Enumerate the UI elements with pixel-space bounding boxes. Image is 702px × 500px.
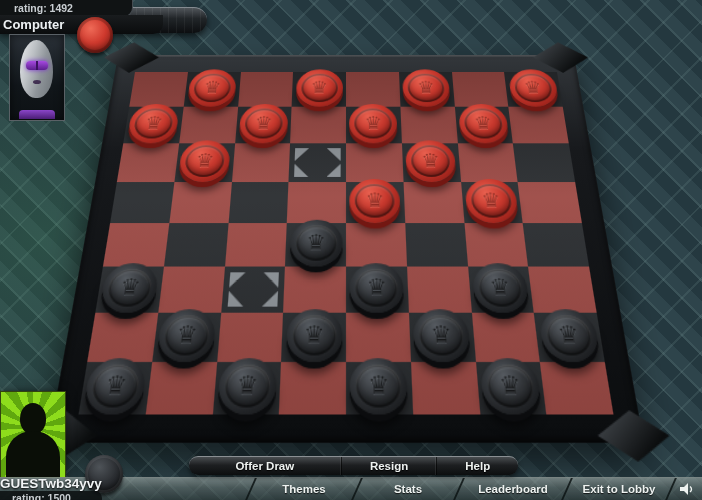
- square-r3c0[interactable]: [110, 182, 174, 223]
- square-r3c3: [287, 182, 346, 223]
- red-checker[interactable]: ♛: [178, 140, 231, 182]
- square-r5c5: [407, 267, 472, 313]
- square-r5c2[interactable]: [221, 267, 286, 313]
- last-move-marker: [294, 148, 340, 177]
- square-r2c1[interactable]: ♛: [174, 143, 234, 182]
- square-r4c4: [346, 223, 407, 266]
- black-checker[interactable]: ♛: [471, 263, 530, 313]
- square-r4c5[interactable]: [405, 223, 468, 266]
- square-r7c1: [145, 362, 216, 415]
- bottom-player-rating-label: rating: 1500: [12, 492, 71, 500]
- square-r4c6: [464, 223, 528, 266]
- square-r4c0: [103, 223, 169, 266]
- black-checker[interactable]: ♛: [537, 309, 600, 362]
- square-r3c5: [403, 182, 464, 223]
- square-r1c7: [509, 107, 569, 144]
- piece-motif: ♛: [83, 357, 148, 413]
- piece-motif: ♛: [238, 104, 288, 143]
- red-checker[interactable]: ♛: [464, 178, 519, 222]
- help-button[interactable]: Help: [436, 457, 518, 475]
- square-r1c3: [290, 107, 346, 144]
- black-checker[interactable]: ♛: [350, 357, 408, 413]
- square-r7c3: [279, 362, 346, 415]
- bottom-player-name: GUESTwb34yvy: [0, 476, 102, 491]
- square-r1c5: [400, 107, 457, 144]
- red-checker[interactable]: ♛: [187, 69, 237, 106]
- piece-motif: ♛: [458, 104, 510, 143]
- square-r2c2: [231, 143, 290, 182]
- square-r6c3[interactable]: ♛: [281, 313, 346, 362]
- black-checker[interactable]: ♛: [289, 219, 342, 266]
- square-r7c5: [411, 362, 480, 415]
- piece-motif: ♛: [295, 69, 342, 106]
- black-checker[interactable]: ♛: [217, 357, 278, 413]
- piece-motif: ♛: [402, 69, 451, 106]
- offer-draw-button[interactable]: Offer Draw: [189, 457, 341, 475]
- piece-motif: ♛: [285, 309, 342, 362]
- square-r0c0: [129, 72, 187, 107]
- square-r6c2: [217, 313, 284, 362]
- checkers-board: ♛♛♛♛♛♛♛♛♛♛♛♛♛♛♛♛♛♛♛♛♛♛♛♛: [48, 55, 644, 443]
- square-r7c4[interactable]: ♛: [346, 362, 413, 415]
- piece-motif: ♛: [479, 357, 542, 413]
- silhouette-head-icon: [20, 403, 46, 434]
- top-player-name: Computer: [3, 17, 64, 32]
- black-checker[interactable]: ♛: [285, 309, 342, 362]
- robot-collar-icon: [19, 110, 55, 119]
- black-checker[interactable]: ♛: [83, 357, 148, 413]
- square-r1c6[interactable]: ♛: [454, 107, 513, 144]
- square-r2c4: [346, 143, 403, 182]
- red-checker[interactable]: ♛: [349, 104, 398, 143]
- square-r0c7[interactable]: ♛: [504, 72, 562, 107]
- game-screen: { "app": { "top_player": { "rating_label…: [0, 0, 702, 500]
- square-r6c6: [471, 313, 540, 362]
- human-avatar: [0, 391, 66, 478]
- exit-to-lobby-button[interactable]: Exit to Lobby: [568, 478, 670, 500]
- square-r5c3: [283, 267, 346, 313]
- resign-button[interactable]: Resign: [341, 457, 437, 475]
- piece-motif: ♛: [350, 357, 408, 413]
- square-r4c2: [224, 223, 287, 266]
- square-r2c5[interactable]: ♛: [402, 143, 461, 182]
- piece-motif: ♛: [537, 309, 600, 362]
- red-checker[interactable]: ♛: [402, 69, 451, 106]
- speaker-icon[interactable]: [672, 478, 702, 500]
- square-r7c0[interactable]: ♛: [79, 362, 152, 415]
- piece-motif: ♛: [217, 357, 278, 413]
- square-r3c2[interactable]: [228, 182, 289, 223]
- square-r6c5[interactable]: ♛: [409, 313, 476, 362]
- square-r4c7[interactable]: [523, 223, 589, 266]
- black-checker[interactable]: ♛: [479, 357, 542, 413]
- square-r3c6[interactable]: ♛: [461, 182, 523, 223]
- piece-motif: ♛: [471, 263, 530, 313]
- piece-motif: ♛: [412, 309, 471, 362]
- piece-motif: ♛: [350, 178, 402, 222]
- black-checker[interactable]: ♛: [350, 263, 405, 313]
- piece-motif: ♛: [99, 263, 160, 313]
- square-r3c1: [169, 182, 231, 223]
- red-checker[interactable]: ♛: [238, 104, 288, 143]
- silhouette-body-icon: [6, 431, 60, 477]
- square-r7c6[interactable]: ♛: [475, 362, 546, 415]
- red-checker[interactable]: ♛: [507, 69, 559, 106]
- square-r0c1[interactable]: ♛: [183, 72, 240, 107]
- piece-motif: ♛: [507, 69, 559, 106]
- square-r5c6[interactable]: ♛: [468, 267, 534, 313]
- red-checker[interactable]: ♛: [127, 104, 181, 143]
- square-r7c2[interactable]: ♛: [212, 362, 281, 415]
- bottom-player-rating: rating: 1500: [0, 491, 102, 500]
- last-move-marker: [227, 272, 279, 306]
- square-r3c4[interactable]: ♛: [346, 182, 405, 223]
- leaderboard-button[interactable]: Leaderboard: [460, 478, 566, 500]
- square-r5c1: [158, 267, 224, 313]
- piece-motif: ♛: [405, 140, 457, 182]
- square-r0c4: [346, 72, 400, 107]
- piece-motif: ♛: [289, 219, 342, 266]
- black-checker[interactable]: ♛: [99, 263, 160, 313]
- robot-mouth-icon: [33, 80, 41, 84]
- board-grid: ♛♛♛♛♛♛♛♛♛♛♛♛♛♛♛♛♛♛♛♛♛♛♛♛: [79, 72, 614, 415]
- themes-button[interactable]: Themes: [252, 478, 356, 500]
- piece-motif: ♛: [464, 178, 519, 222]
- square-r4c1[interactable]: [164, 223, 228, 266]
- frame-corner-bottom-right: [594, 410, 675, 461]
- piece-motif: ♛: [156, 309, 217, 362]
- square-r6c4: [346, 313, 411, 362]
- action-bar: Offer Draw Resign Help: [189, 456, 518, 475]
- square-r5c0[interactable]: ♛: [95, 267, 163, 313]
- piece-motif: ♛: [349, 104, 398, 143]
- square-r0c2: [238, 72, 294, 107]
- square-r0c6: [452, 72, 509, 107]
- square-r7c7: [540, 362, 613, 415]
- square-r0c3[interactable]: ♛: [292, 72, 346, 107]
- square-r4c3[interactable]: ♛: [285, 223, 346, 266]
- computer-avatar: [9, 34, 65, 121]
- square-r5c7: [528, 267, 596, 313]
- piece-motif: ♛: [187, 69, 237, 106]
- square-r6c0: [87, 313, 158, 362]
- red-checker[interactable]: ♛: [405, 140, 457, 182]
- robot-glasses-icon: [26, 61, 48, 70]
- square-r2c6: [457, 143, 517, 182]
- square-r0c5[interactable]: ♛: [399, 72, 455, 107]
- piece-motif: ♛: [350, 263, 405, 313]
- black-checker[interactable]: ♛: [412, 309, 471, 362]
- square-r6c1[interactable]: ♛: [152, 313, 221, 362]
- piece-motif: ♛: [127, 104, 181, 143]
- square-r2c0: [117, 143, 179, 182]
- top-player-rating-label: rating: 1492: [14, 2, 73, 14]
- square-r6c7[interactable]: ♛: [534, 313, 605, 362]
- black-checker[interactable]: ♛: [156, 309, 217, 362]
- square-r1c0[interactable]: ♛: [123, 107, 183, 144]
- square-r3c7: [518, 182, 582, 223]
- red-checker[interactable]: ♛: [295, 69, 342, 106]
- red-checker[interactable]: ♛: [458, 104, 510, 143]
- square-r1c4[interactable]: ♛: [346, 107, 402, 144]
- piece-motif: ♛: [178, 140, 231, 182]
- stats-button[interactable]: Stats: [358, 478, 458, 500]
- square-r1c2[interactable]: ♛: [235, 107, 292, 144]
- top-player-color-checker: [77, 17, 113, 53]
- frame-corner-top-left: [101, 42, 162, 72]
- square-r2c3[interactable]: [289, 143, 346, 182]
- square-r2c7[interactable]: [513, 143, 575, 182]
- red-checker[interactable]: ♛: [350, 178, 402, 222]
- robot-head-icon: [20, 40, 53, 98]
- square-r1c1: [179, 107, 238, 144]
- square-r5c4[interactable]: ♛: [346, 267, 409, 313]
